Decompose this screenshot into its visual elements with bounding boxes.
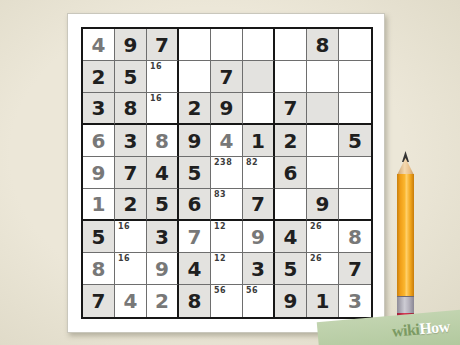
entered-digit: 8 [92, 259, 106, 279]
cell-r2c8 [307, 61, 339, 93]
cell-r4c3: 8 [147, 125, 179, 157]
cell-r7c1: 5 [83, 221, 115, 253]
given-digit: 2 [124, 194, 138, 214]
entered-digit: 4 [220, 131, 234, 151]
cell-r3c8 [307, 93, 339, 125]
cell-r4c7: 2 [275, 125, 307, 157]
entered-digit: 4 [124, 291, 138, 311]
cell-r4c6: 1 [243, 125, 275, 157]
pencil-marks: 56 [214, 287, 226, 295]
cell-r4c8 [307, 125, 339, 157]
entered-digit: 7 [188, 227, 202, 247]
cell-r5c2: 7 [115, 157, 147, 189]
cell-r5c4: 5 [179, 157, 211, 189]
cell-r4c9: 5 [339, 125, 371, 157]
pencil-marks: 16 [150, 63, 162, 71]
given-digit: 6 [188, 194, 202, 214]
cell-r2c9 [339, 61, 371, 93]
entered-digit: 8 [155, 131, 169, 151]
given-digit: 5 [348, 131, 362, 151]
entered-digit: 8 [348, 227, 362, 247]
cell-r4c4: 9 [179, 125, 211, 157]
cell-r2c6 [243, 61, 275, 93]
cell-r8c6: 3 [243, 253, 275, 285]
entered-digit: 3 [348, 291, 362, 311]
cell-r5c8 [307, 157, 339, 189]
cell-r9c1: 7 [83, 285, 115, 317]
cell-r6c7 [275, 189, 307, 221]
cell-r8c5: 12 [211, 253, 243, 285]
given-digit: 3 [251, 259, 265, 279]
cell-r5c7: 6 [275, 157, 307, 189]
cell-r3c1: 3 [83, 93, 115, 125]
pencil-marks: 16 [150, 95, 162, 103]
cell-r9c3: 2 [147, 285, 179, 317]
cell-r7c9: 8 [339, 221, 371, 253]
given-digit: 5 [188, 163, 202, 183]
pencil-wood-cone [397, 158, 414, 175]
cell-r8c1: 8 [83, 253, 115, 285]
cell-r6c4: 6 [179, 189, 211, 221]
cell-r8c2: 16 [115, 253, 147, 285]
cell-r3c6 [243, 93, 275, 125]
given-digit: 4 [155, 163, 169, 183]
cell-r4c1: 6 [83, 125, 115, 157]
cell-r2c5: 7 [211, 61, 243, 93]
pencil-marks: 26 [310, 223, 322, 231]
given-digit: 7 [92, 291, 106, 311]
cell-r2c7 [275, 61, 307, 93]
given-digit: 2 [188, 98, 202, 118]
given-digit: 5 [155, 194, 169, 214]
cell-r3c9 [339, 93, 371, 125]
given-digit: 3 [155, 227, 169, 247]
cell-r2c4 [179, 61, 211, 93]
cell-r5c3: 4 [147, 157, 179, 189]
cell-r7c4: 7 [179, 221, 211, 253]
given-digit: 5 [92, 227, 106, 247]
cell-r9c4: 8 [179, 285, 211, 317]
pencil-icon [397, 151, 414, 322]
cell-r8c3: 9 [147, 253, 179, 285]
cell-r2c2: 5 [115, 61, 147, 93]
cell-r7c6: 9 [243, 221, 275, 253]
given-digit: 2 [92, 67, 106, 87]
cell-r9c2: 4 [115, 285, 147, 317]
cell-r3c4: 2 [179, 93, 211, 125]
given-digit: 7 [251, 194, 265, 214]
cell-r4c2: 3 [115, 125, 147, 157]
given-digit: 9 [124, 35, 138, 55]
pencil-ferrule [397, 296, 414, 313]
cell-r7c2: 16 [115, 221, 147, 253]
cell-r7c8: 26 [307, 221, 339, 253]
cell-r6c3: 5 [147, 189, 179, 221]
entered-digit: 6 [92, 131, 106, 151]
watermark-how-text: How [418, 318, 450, 338]
scene-background: 4978251673816297638941259745238826125683… [0, 0, 460, 345]
entered-digit: 9 [92, 163, 106, 183]
cell-r7c5: 12 [211, 221, 243, 253]
cell-r7c3: 3 [147, 221, 179, 253]
cell-r4c5: 4 [211, 125, 243, 157]
given-digit: 5 [284, 259, 298, 279]
cell-r2c3: 16 [147, 61, 179, 93]
pencil-marks: 12 [214, 255, 226, 263]
cell-r1c3: 7 [147, 29, 179, 61]
pencil-marks: 83 [214, 191, 226, 199]
cell-r5c6: 82 [243, 157, 275, 189]
pencil-marks: 16 [118, 223, 130, 231]
cell-r1c4 [179, 29, 211, 61]
cell-r1c8: 8 [307, 29, 339, 61]
given-digit: 4 [284, 227, 298, 247]
entered-digit: 2 [155, 291, 169, 311]
cell-r1c5 [211, 29, 243, 61]
cell-r3c5: 9 [211, 93, 243, 125]
cell-r9c6: 56 [243, 285, 275, 317]
given-digit: 3 [92, 98, 106, 118]
cell-r1c6 [243, 29, 275, 61]
cell-r9c9: 3 [339, 285, 371, 317]
given-digit: 7 [348, 259, 362, 279]
given-digit: 5 [124, 67, 138, 87]
given-digit: 9 [316, 194, 330, 214]
cell-r8c7: 5 [275, 253, 307, 285]
cell-r2c1: 2 [83, 61, 115, 93]
entered-digit: 1 [92, 194, 106, 214]
cell-r9c7: 9 [275, 285, 307, 317]
given-digit: 9 [284, 291, 298, 311]
cell-r8c9: 7 [339, 253, 371, 285]
cell-r3c3: 16 [147, 93, 179, 125]
pencil-marks: 26 [310, 255, 322, 263]
given-digit: 1 [251, 131, 265, 151]
given-digit: 9 [220, 98, 234, 118]
entered-digit: 4 [92, 35, 106, 55]
sudoku-board: 4978251673816297638941259745238826125683… [81, 27, 373, 319]
given-digit: 7 [124, 163, 138, 183]
cell-r3c2: 8 [115, 93, 147, 125]
pencil-marks: 238 [214, 159, 232, 167]
cell-r5c5: 238 [211, 157, 243, 189]
cell-r1c9 [339, 29, 371, 61]
given-digit: 7 [155, 35, 169, 55]
pencil-marks: 12 [214, 223, 226, 231]
given-digit: 8 [316, 35, 330, 55]
given-digit: 6 [284, 163, 298, 183]
watermark-wiki-text: wiki [391, 320, 420, 339]
cell-r1c1: 4 [83, 29, 115, 61]
given-digit: 7 [284, 98, 298, 118]
given-digit: 8 [188, 291, 202, 311]
pencil-body [397, 174, 414, 296]
pencil-marks: 56 [246, 287, 258, 295]
cell-r6c8: 9 [307, 189, 339, 221]
given-digit: 9 [188, 131, 202, 151]
entered-digit: 9 [155, 259, 169, 279]
cell-r8c4: 4 [179, 253, 211, 285]
cell-r9c8: 1 [307, 285, 339, 317]
given-digit: 4 [188, 259, 202, 279]
cell-r9c5: 56 [211, 285, 243, 317]
cell-r1c7 [275, 29, 307, 61]
pencil-marks: 82 [246, 159, 258, 167]
cell-r8c8: 26 [307, 253, 339, 285]
cell-r6c1: 1 [83, 189, 115, 221]
given-digit: 2 [284, 131, 298, 151]
paper-sheet: 4978251673816297638941259745238826125683… [67, 13, 385, 333]
given-digit: 1 [316, 291, 330, 311]
cell-r6c6: 7 [243, 189, 275, 221]
cell-r5c9 [339, 157, 371, 189]
cell-r5c1: 9 [83, 157, 115, 189]
given-digit: 7 [220, 67, 234, 87]
given-digit: 8 [124, 98, 138, 118]
entered-digit: 9 [251, 227, 265, 247]
cell-r1c2: 9 [115, 29, 147, 61]
cell-r6c2: 2 [115, 189, 147, 221]
cell-r6c5: 83 [211, 189, 243, 221]
cell-r3c7: 7 [275, 93, 307, 125]
cell-r6c9 [339, 189, 371, 221]
given-digit: 3 [124, 131, 138, 151]
cell-r7c7: 4 [275, 221, 307, 253]
pencil-marks: 16 [118, 255, 130, 263]
